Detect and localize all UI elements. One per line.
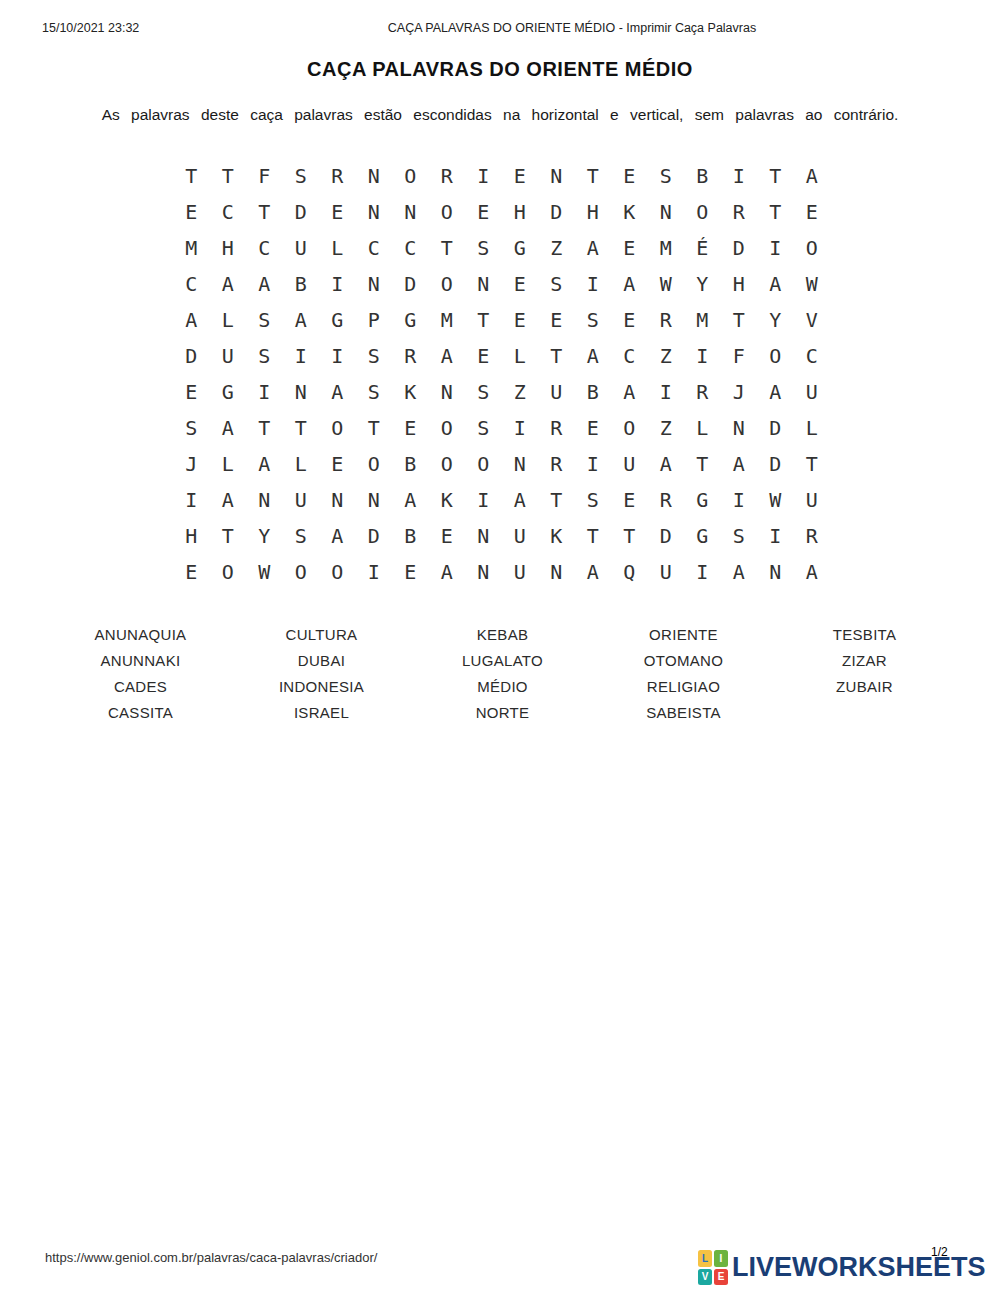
word-item: CASSITA (50, 700, 231, 726)
grid-cell-r8c8: O (429, 410, 466, 446)
word-item: KEBAB (412, 622, 593, 648)
grid-cell-r3c17: I (757, 230, 794, 266)
grid-cell-r12c6: I (356, 554, 393, 590)
grid-cell-r3c2: H (210, 230, 247, 266)
grid-cell-r8c14: Z (648, 410, 685, 446)
grid-cell-r1c3: F (246, 158, 283, 194)
grid-cell-r8c17: D (757, 410, 794, 446)
grid-cell-r4c16: H (721, 266, 758, 302)
word-item: ANUNAQUIA (50, 622, 231, 648)
grid-cell-r4c13: A (611, 266, 648, 302)
grid-cell-r12c14: U (648, 554, 685, 590)
grid-cell-r8c15: L (684, 410, 721, 446)
grid-cell-r7c16: J (721, 374, 758, 410)
grid-cell-r10c6: N (356, 482, 393, 518)
print-header-doc-title: CAÇA PALAVRAS DO ORIENTE MÉDIO - Imprimi… (388, 21, 756, 35)
grid-cell-r9c16: A (721, 446, 758, 482)
grid-cell-r9c11: R (538, 446, 575, 482)
grid-cell-r4c2: A (210, 266, 247, 302)
grid-cell-r6c8: A (429, 338, 466, 374)
grid-cell-r8c12: E (575, 410, 612, 446)
grid-cell-r11c8: E (429, 518, 466, 554)
grid-cell-r1c16: I (721, 158, 758, 194)
grid-cell-r11c2: T (210, 518, 247, 554)
grid-cell-r7c10: Z (502, 374, 539, 410)
grid-cell-r8c11: R (538, 410, 575, 446)
grid-cell-r10c4: U (283, 482, 320, 518)
grid-cell-r1c8: R (429, 158, 466, 194)
word-item: RELIGIAO (593, 674, 774, 700)
grid-cell-r3c5: L (319, 230, 356, 266)
grid-cell-r12c11: N (538, 554, 575, 590)
word-item: MÉDIO (412, 674, 593, 700)
grid-cell-r5c9: T (465, 302, 502, 338)
grid-cell-r1c5: R (319, 158, 356, 194)
page-number: 1/2 (931, 1245, 948, 1259)
grid-cell-r11c1: H (173, 518, 210, 554)
grid-cell-r2c9: E (465, 194, 502, 230)
grid-cell-r6c12: A (575, 338, 612, 374)
grid-cell-r11c12: T (575, 518, 612, 554)
grid-cell-r6c1: D (173, 338, 210, 374)
grid-cell-r5c15: M (684, 302, 721, 338)
grid-cell-r4c6: N (356, 266, 393, 302)
grid-cell-r6c2: U (210, 338, 247, 374)
grid-cell-r7c5: A (319, 374, 356, 410)
grid-cell-r9c6: O (356, 446, 393, 482)
grid-cell-r9c7: B (392, 446, 429, 482)
grid-cell-r5c10: E (502, 302, 539, 338)
grid-cell-r4c18: W (794, 266, 831, 302)
grid-cell-r12c10: U (502, 554, 539, 590)
grid-cell-r8c9: S (465, 410, 502, 446)
grid-cell-r4c7: D (392, 266, 429, 302)
word-search-grid: TTFSRNORIENTESBITAECTDENNOEHDHKNORTEMHCU… (173, 158, 830, 590)
grid-cell-r12c5: O (319, 554, 356, 590)
grid-cell-r1c15: B (684, 158, 721, 194)
grid-cell-r7c2: G (210, 374, 247, 410)
grid-cell-r10c8: K (429, 482, 466, 518)
grid-cell-r10c11: T (538, 482, 575, 518)
grid-cell-r6c9: E (465, 338, 502, 374)
grid-cell-r9c10: N (502, 446, 539, 482)
grid-cell-r7c3: I (246, 374, 283, 410)
grid-cell-r6c18: C (794, 338, 831, 374)
grid-cell-r12c2: O (210, 554, 247, 590)
grid-cell-r4c5: I (319, 266, 356, 302)
grid-cell-r10c18: U (794, 482, 831, 518)
grid-cell-r6c13: C (611, 338, 648, 374)
grid-cell-r3c6: C (356, 230, 393, 266)
grid-cell-r7c15: R (684, 374, 721, 410)
grid-cell-r3c10: G (502, 230, 539, 266)
grid-cell-r2c8: O (429, 194, 466, 230)
grid-cell-r5c12: S (575, 302, 612, 338)
grid-cell-r2c11: D (538, 194, 575, 230)
grid-cell-r8c10: I (502, 410, 539, 446)
grid-cell-r3c1: M (173, 230, 210, 266)
grid-cell-r2c12: H (575, 194, 612, 230)
grid-cell-r11c11: K (538, 518, 575, 554)
grid-cell-r10c5: N (319, 482, 356, 518)
grid-cell-r5c13: E (611, 302, 648, 338)
grid-cell-r12c18: A (794, 554, 831, 590)
word-item: NORTE (412, 700, 593, 726)
grid-cell-r2c13: K (611, 194, 648, 230)
grid-cell-r2c7: N (392, 194, 429, 230)
grid-cell-r2c5: E (319, 194, 356, 230)
grid-cell-r10c13: E (611, 482, 648, 518)
grid-cell-r5c18: V (794, 302, 831, 338)
grid-cell-r8c2: A (210, 410, 247, 446)
grid-cell-r6c6: S (356, 338, 393, 374)
word-item: LUGALATO (412, 648, 593, 674)
grid-cell-r1c12: T (575, 158, 612, 194)
grid-cell-r6c4: I (283, 338, 320, 374)
grid-cell-r9c15: T (684, 446, 721, 482)
logo-tile-e: E (714, 1269, 728, 1286)
grid-cell-r8c6: T (356, 410, 393, 446)
grid-cell-r9c17: D (757, 446, 794, 482)
grid-cell-r7c17: A (757, 374, 794, 410)
grid-cell-r9c8: O (429, 446, 466, 482)
grid-cell-r9c18: T (794, 446, 831, 482)
grid-cell-r10c7: A (392, 482, 429, 518)
word-list-column-5: TESBITAZIZARZUBAIR (774, 622, 955, 726)
grid-cell-r5c16: T (721, 302, 758, 338)
grid-cell-r3c15: É (684, 230, 721, 266)
word-item: INDONESIA (231, 674, 412, 700)
grid-cell-r11c18: R (794, 518, 831, 554)
grid-cell-r3c12: A (575, 230, 612, 266)
grid-cell-r5c14: R (648, 302, 685, 338)
grid-cell-r2c16: R (721, 194, 758, 230)
grid-cell-r4c12: I (575, 266, 612, 302)
grid-cell-r10c10: A (502, 482, 539, 518)
grid-cell-r1c17: T (757, 158, 794, 194)
grid-cell-r10c17: W (757, 482, 794, 518)
grid-cell-r4c17: A (757, 266, 794, 302)
word-item: ZIZAR (774, 648, 955, 674)
grid-cell-r9c12: I (575, 446, 612, 482)
grid-cell-r4c4: B (283, 266, 320, 302)
grid-cell-r3c13: E (611, 230, 648, 266)
grid-cell-r8c5: O (319, 410, 356, 446)
grid-cell-r11c7: B (392, 518, 429, 554)
grid-cell-r4c10: E (502, 266, 539, 302)
grid-cell-r4c8: O (429, 266, 466, 302)
grid-cell-r12c12: A (575, 554, 612, 590)
print-header-datetime: 15/10/2021 23:32 (42, 21, 139, 35)
word-list-column-1: ANUNAQUIAANUNNAKICADESCASSITA (50, 622, 231, 726)
grid-cell-r2c6: N (356, 194, 393, 230)
page-title: CAÇA PALAVRAS DO ORIENTE MÉDIO (0, 58, 1000, 81)
grid-cell-r6c11: T (538, 338, 575, 374)
grid-cell-r1c4: S (283, 158, 320, 194)
word-item: ORIENTE (593, 622, 774, 648)
grid-cell-r3c14: M (648, 230, 685, 266)
grid-cell-r8c4: T (283, 410, 320, 446)
grid-cell-r7c6: S (356, 374, 393, 410)
grid-cell-r11c14: D (648, 518, 685, 554)
grid-cell-r3c11: Z (538, 230, 575, 266)
grid-cell-r7c13: A (611, 374, 648, 410)
grid-cell-r9c3: A (246, 446, 283, 482)
grid-cell-r3c7: C (392, 230, 429, 266)
grid-cell-r6c16: F (721, 338, 758, 374)
word-item: ISRAEL (231, 700, 412, 726)
liveworksheets-logo-icon: LIVE (698, 1250, 728, 1285)
grid-cell-r5c17: Y (757, 302, 794, 338)
grid-cell-r3c3: C (246, 230, 283, 266)
grid-cell-r6c14: Z (648, 338, 685, 374)
grid-cell-r7c4: N (283, 374, 320, 410)
grid-cell-r12c16: A (721, 554, 758, 590)
grid-cell-r3c18: O (794, 230, 831, 266)
grid-cell-r2c10: H (502, 194, 539, 230)
grid-cell-r4c14: W (648, 266, 685, 302)
grid-cell-r11c6: D (356, 518, 393, 554)
grid-cell-r2c1: E (173, 194, 210, 230)
grid-cell-r1c7: O (392, 158, 429, 194)
grid-cell-r1c9: I (465, 158, 502, 194)
grid-cell-r6c15: I (684, 338, 721, 374)
grid-cell-r6c10: L (502, 338, 539, 374)
grid-cell-r8c1: S (173, 410, 210, 446)
grid-cell-r5c4: A (283, 302, 320, 338)
grid-cell-r5c11: E (538, 302, 575, 338)
grid-cell-r3c4: U (283, 230, 320, 266)
word-item: TESBITA (774, 622, 955, 648)
grid-cell-r8c16: N (721, 410, 758, 446)
grid-cell-r7c12: B (575, 374, 612, 410)
grid-cell-r9c4: L (283, 446, 320, 482)
grid-cell-r3c8: T (429, 230, 466, 266)
grid-cell-r12c1: E (173, 554, 210, 590)
grid-cell-r11c13: T (611, 518, 648, 554)
grid-cell-r10c15: G (684, 482, 721, 518)
grid-cell-r8c13: O (611, 410, 648, 446)
grid-cell-r4c9: N (465, 266, 502, 302)
grid-cell-r6c3: S (246, 338, 283, 374)
grid-cell-r3c16: D (721, 230, 758, 266)
grid-cell-r5c8: M (429, 302, 466, 338)
grid-cell-r7c8: N (429, 374, 466, 410)
grid-cell-r11c5: A (319, 518, 356, 554)
puzzle-instruction: As palavras deste caça palavras estão es… (0, 106, 1000, 124)
grid-cell-r4c1: C (173, 266, 210, 302)
grid-cell-r9c9: O (465, 446, 502, 482)
grid-cell-r9c13: U (611, 446, 648, 482)
grid-cell-r2c15: O (684, 194, 721, 230)
grid-cell-r9c2: L (210, 446, 247, 482)
grid-cell-r7c7: K (392, 374, 429, 410)
word-list: ANUNAQUIAANUNNAKICADESCASSITACULTURADUBA… (50, 622, 955, 726)
grid-cell-r11c17: I (757, 518, 794, 554)
word-item: ZUBAIR (774, 674, 955, 700)
grid-cell-r10c16: I (721, 482, 758, 518)
word-item: ANUNNAKI (50, 648, 231, 674)
grid-cell-r4c3: A (246, 266, 283, 302)
grid-cell-r2c17: T (757, 194, 794, 230)
grid-cell-r2c2: C (210, 194, 247, 230)
grid-cell-r8c18: L (794, 410, 831, 446)
grid-cell-r1c6: N (356, 158, 393, 194)
word-list-column-4: ORIENTEOTOMANORELIGIAOSABEISTA (593, 622, 774, 726)
grid-cell-r6c5: I (319, 338, 356, 374)
grid-cell-r10c3: N (246, 482, 283, 518)
grid-cell-r5c1: A (173, 302, 210, 338)
grid-cell-r7c11: U (538, 374, 575, 410)
grid-cell-r11c15: G (684, 518, 721, 554)
grid-cell-r12c4: O (283, 554, 320, 590)
grid-cell-r2c4: D (283, 194, 320, 230)
grid-cell-r1c10: E (502, 158, 539, 194)
word-item: DUBAI (231, 648, 412, 674)
grid-cell-r12c17: N (757, 554, 794, 590)
grid-cell-r6c7: R (392, 338, 429, 374)
grid-cell-r9c5: E (319, 446, 356, 482)
logo-tile-v: V (698, 1269, 712, 1286)
logo-tile-i: I (714, 1250, 728, 1267)
grid-cell-r11c9: N (465, 518, 502, 554)
grid-cell-r7c9: S (465, 374, 502, 410)
footer-source-url: https://www.geniol.com.br/palavras/caca-… (45, 1250, 377, 1265)
word-item: SABEISTA (593, 700, 774, 726)
grid-cell-r5c3: S (246, 302, 283, 338)
grid-cell-r7c14: I (648, 374, 685, 410)
grid-cell-r10c9: I (465, 482, 502, 518)
grid-cell-r5c2: L (210, 302, 247, 338)
grid-cell-r6c17: O (757, 338, 794, 374)
grid-cell-r4c11: S (538, 266, 575, 302)
grid-cell-r10c1: I (173, 482, 210, 518)
grid-cell-r11c16: S (721, 518, 758, 554)
grid-cell-r7c1: E (173, 374, 210, 410)
grid-cell-r12c15: I (684, 554, 721, 590)
word-item: OTOMANO (593, 648, 774, 674)
grid-cell-r11c4: S (283, 518, 320, 554)
grid-cell-r1c1: T (173, 158, 210, 194)
grid-cell-r2c18: E (794, 194, 831, 230)
grid-cell-r3c9: S (465, 230, 502, 266)
grid-cell-r10c12: S (575, 482, 612, 518)
grid-cell-r12c8: A (429, 554, 466, 590)
grid-cell-r1c14: S (648, 158, 685, 194)
grid-cell-r10c2: A (210, 482, 247, 518)
grid-cell-r12c13: Q (611, 554, 648, 590)
word-list-column-3: KEBABLUGALATOMÉDIONORTE (412, 622, 593, 726)
grid-cell-r5c6: P (356, 302, 393, 338)
grid-cell-r12c9: N (465, 554, 502, 590)
grid-cell-r12c7: E (392, 554, 429, 590)
grid-cell-r4c15: Y (684, 266, 721, 302)
grid-cell-r12c3: W (246, 554, 283, 590)
grid-cell-r1c11: N (538, 158, 575, 194)
grid-cell-r8c7: E (392, 410, 429, 446)
logo-tile-l: L (698, 1250, 712, 1267)
grid-cell-r9c1: J (173, 446, 210, 482)
grid-cell-r1c13: E (611, 158, 648, 194)
grid-cell-r1c18: A (794, 158, 831, 194)
word-list-column-2: CULTURADUBAIINDONESIAISRAEL (231, 622, 412, 726)
grid-cell-r10c14: R (648, 482, 685, 518)
grid-cell-r7c18: U (794, 374, 831, 410)
grid-cell-r2c3: T (246, 194, 283, 230)
word-item: CULTURA (231, 622, 412, 648)
grid-cell-r5c7: G (392, 302, 429, 338)
grid-cell-r9c14: A (648, 446, 685, 482)
grid-cell-r5c5: G (319, 302, 356, 338)
word-item: CADES (50, 674, 231, 700)
grid-cell-r11c10: U (502, 518, 539, 554)
grid-cell-r11c3: Y (246, 518, 283, 554)
grid-cell-r2c14: N (648, 194, 685, 230)
grid-cell-r1c2: T (210, 158, 247, 194)
grid-cell-r8c3: T (246, 410, 283, 446)
